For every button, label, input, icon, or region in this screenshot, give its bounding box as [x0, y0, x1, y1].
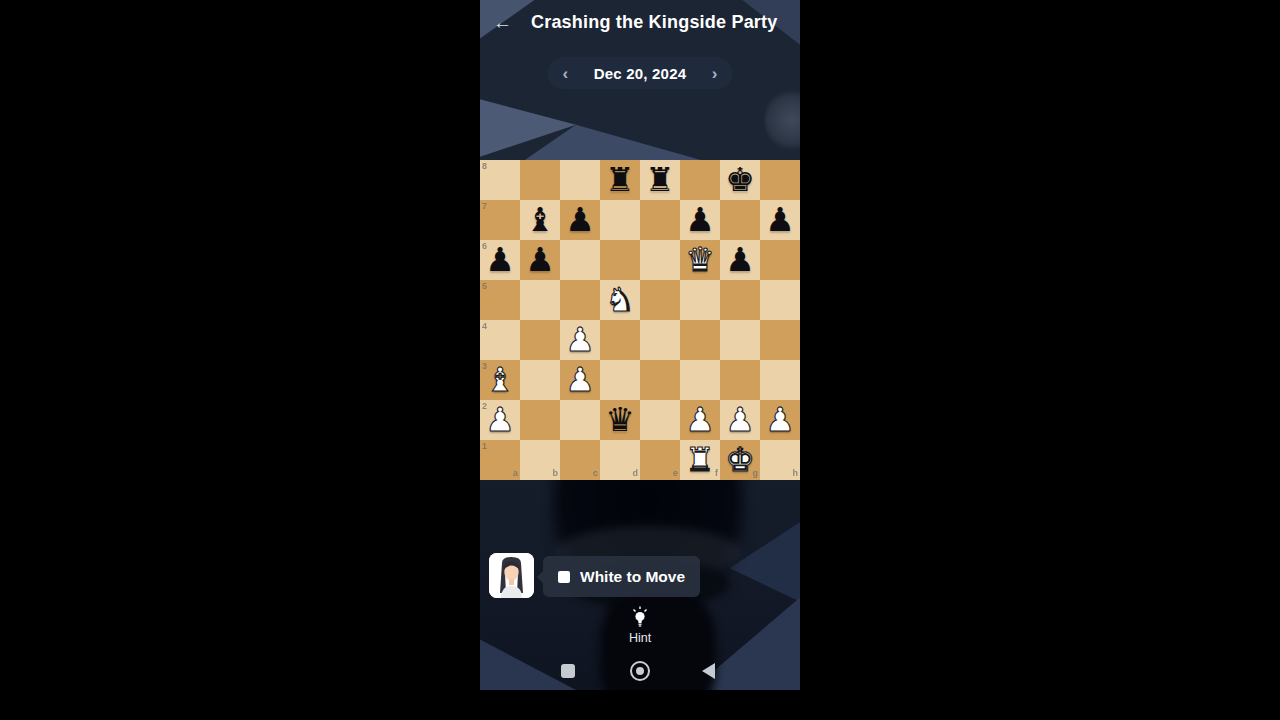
- square-a1[interactable]: 1a: [480, 440, 520, 480]
- to-move-bubble: White to Move: [543, 556, 700, 597]
- square-b1[interactable]: b: [520, 440, 560, 480]
- piece-black-bishop-b7[interactable]: ♝: [520, 200, 560, 240]
- square-g4[interactable]: [720, 320, 760, 360]
- piece-white-pawn-c3[interactable]: ♟: [560, 360, 600, 400]
- square-f6[interactable]: ♛: [680, 240, 720, 280]
- phone-screen: ← Crashing the Kingside Party ‹ Dec 20, …: [480, 0, 800, 690]
- square-f5[interactable]: [680, 280, 720, 320]
- square-e3[interactable]: [640, 360, 680, 400]
- android-nav-bar: [480, 655, 800, 690]
- rank-label-8: 8: [482, 162, 487, 171]
- bg-highlight: [764, 88, 800, 152]
- square-d3[interactable]: [600, 360, 640, 400]
- rank-label-1: 1: [482, 442, 487, 451]
- square-f7[interactable]: ♟: [680, 200, 720, 240]
- square-a6[interactable]: 6♟: [480, 240, 520, 280]
- app-header: ← Crashing the Kingside Party: [480, 0, 800, 44]
- square-h4[interactable]: [760, 320, 800, 360]
- square-a3[interactable]: 3♝: [480, 360, 520, 400]
- top-background: ← Crashing the Kingside Party ‹ Dec 20, …: [480, 0, 800, 160]
- avatar: [489, 553, 534, 598]
- square-f8[interactable]: [680, 160, 720, 200]
- square-f3[interactable]: [680, 360, 720, 400]
- square-b4[interactable]: [520, 320, 560, 360]
- square-e4[interactable]: [640, 320, 680, 360]
- piece-black-pawn-h7[interactable]: ♟: [760, 200, 800, 240]
- square-b5[interactable]: [520, 280, 560, 320]
- piece-black-pawn-a6[interactable]: ♟: [480, 240, 520, 280]
- white-side-icon: [558, 571, 570, 583]
- rank-label-5: 5: [482, 282, 487, 291]
- square-g2[interactable]: ♟: [720, 400, 760, 440]
- avatar-illustration: [489, 553, 534, 598]
- square-e2[interactable]: [640, 400, 680, 440]
- square-b2[interactable]: [520, 400, 560, 440]
- piece-white-bishop-a3[interactable]: ♝: [480, 360, 520, 400]
- square-c5[interactable]: [560, 280, 600, 320]
- square-d6[interactable]: [600, 240, 640, 280]
- square-g1[interactable]: g♚: [720, 440, 760, 480]
- file-label-a: a: [513, 469, 518, 478]
- square-d5[interactable]: ♞: [600, 280, 640, 320]
- piece-black-queen-d2[interactable]: ♛: [600, 400, 640, 440]
- piece-black-rook-d8[interactable]: ♜: [600, 160, 640, 200]
- home-circle-icon[interactable]: [630, 661, 650, 681]
- back-triangle-icon[interactable]: [702, 663, 715, 679]
- hint-label: Hint: [629, 631, 651, 645]
- piece-black-rook-e8[interactable]: ♜: [640, 160, 680, 200]
- square-c3[interactable]: ♟: [560, 360, 600, 400]
- square-g7[interactable]: [720, 200, 760, 240]
- square-a8[interactable]: 8: [480, 160, 520, 200]
- piece-black-pawn-g6[interactable]: ♟: [720, 240, 760, 280]
- piece-white-pawn-f2[interactable]: ♟: [680, 400, 720, 440]
- square-h8[interactable]: [760, 160, 800, 200]
- square-f2[interactable]: ♟: [680, 400, 720, 440]
- square-g5[interactable]: [720, 280, 760, 320]
- square-c6[interactable]: [560, 240, 600, 280]
- lightbulb-icon: [630, 606, 650, 628]
- square-b8[interactable]: [520, 160, 560, 200]
- hint-button[interactable]: Hint: [480, 606, 800, 645]
- square-d1[interactable]: d: [600, 440, 640, 480]
- square-e8[interactable]: ♜: [640, 160, 680, 200]
- piece-white-king-g1[interactable]: ♚: [720, 440, 760, 480]
- square-c7[interactable]: ♟: [560, 200, 600, 240]
- piece-black-pawn-f7[interactable]: ♟: [680, 200, 720, 240]
- piece-black-king-g8[interactable]: ♚: [720, 160, 760, 200]
- piece-white-pawn-a2[interactable]: ♟: [480, 400, 520, 440]
- rank-label-4: 4: [482, 322, 487, 331]
- square-h6[interactable]: [760, 240, 800, 280]
- square-e7[interactable]: [640, 200, 680, 240]
- screenshot-frame: ← Crashing the Kingside Party ‹ Dec 20, …: [0, 0, 1280, 720]
- recents-square-icon[interactable]: [561, 664, 575, 678]
- square-c1[interactable]: c: [560, 440, 600, 480]
- square-d8[interactable]: ♜: [600, 160, 640, 200]
- chess-board[interactable]: 8♜♜♚7♝♟♟♟6♟♟♛♟5♞4♟3♝♟2♟♛♟♟♟1abcdef♜g♚h: [480, 160, 800, 480]
- square-f1[interactable]: f♜: [680, 440, 720, 480]
- square-g3[interactable]: [720, 360, 760, 400]
- piece-white-pawn-g2[interactable]: ♟: [720, 400, 760, 440]
- square-g6[interactable]: ♟: [720, 240, 760, 280]
- square-c2[interactable]: [560, 400, 600, 440]
- square-b3[interactable]: [520, 360, 560, 400]
- square-a5[interactable]: 5: [480, 280, 520, 320]
- piece-white-pawn-c4[interactable]: ♟: [560, 320, 600, 360]
- square-e5[interactable]: [640, 280, 680, 320]
- back-arrow-icon[interactable]: ←: [493, 13, 512, 32]
- square-h7[interactable]: ♟: [760, 200, 800, 240]
- square-d4[interactable]: [600, 320, 640, 360]
- file-label-c: c: [593, 469, 598, 478]
- prev-date-chevron-icon[interactable]: ‹: [563, 65, 569, 82]
- date-label: Dec 20, 2024: [594, 65, 686, 82]
- square-f4[interactable]: [680, 320, 720, 360]
- square-g8[interactable]: ♚: [720, 160, 760, 200]
- square-e1[interactable]: e: [640, 440, 680, 480]
- file-label-e: e: [673, 469, 678, 478]
- square-h2[interactable]: ♟: [760, 400, 800, 440]
- square-a2[interactable]: 2♟: [480, 400, 520, 440]
- square-b6[interactable]: ♟: [520, 240, 560, 280]
- square-d2[interactable]: ♛: [600, 400, 640, 440]
- piece-white-knight-d5[interactable]: ♞: [600, 280, 640, 320]
- piece-black-pawn-b6[interactable]: ♟: [520, 240, 560, 280]
- square-a7[interactable]: 7: [480, 200, 520, 240]
- square-h5[interactable]: [760, 280, 800, 320]
- rank-label-7: 7: [482, 202, 487, 211]
- page-title: Crashing the Kingside Party: [531, 12, 777, 33]
- piece-white-queen-f6[interactable]: ♛: [680, 240, 720, 280]
- date-selector[interactable]: ‹ Dec 20, 2024 ›: [548, 57, 733, 89]
- bottom-background: White to Move Hint: [480, 480, 800, 690]
- square-c8[interactable]: [560, 160, 600, 200]
- square-b7[interactable]: ♝: [520, 200, 560, 240]
- square-h1[interactable]: h: [760, 440, 800, 480]
- square-a4[interactable]: 4: [480, 320, 520, 360]
- file-label-d: d: [633, 469, 639, 478]
- square-h3[interactable]: [760, 360, 800, 400]
- file-label-b: b: [553, 469, 559, 478]
- square-d7[interactable]: [600, 200, 640, 240]
- square-c4[interactable]: ♟: [560, 320, 600, 360]
- to-move-label: White to Move: [580, 568, 685, 586]
- file-label-h: h: [793, 469, 799, 478]
- piece-white-pawn-h2[interactable]: ♟: [760, 400, 800, 440]
- square-e6[interactable]: [640, 240, 680, 280]
- piece-white-rook-f1[interactable]: ♜: [680, 440, 720, 480]
- piece-black-pawn-c7[interactable]: ♟: [560, 200, 600, 240]
- next-date-chevron-icon[interactable]: ›: [712, 65, 718, 82]
